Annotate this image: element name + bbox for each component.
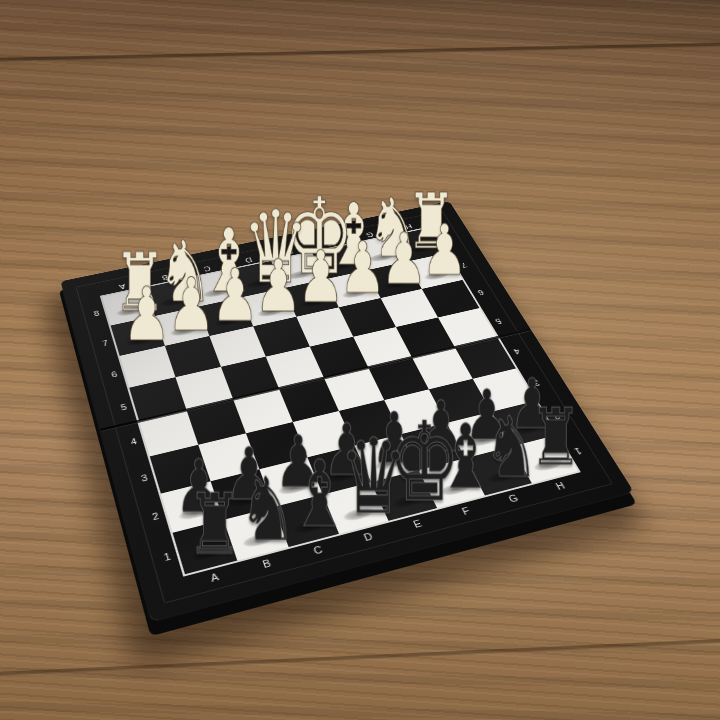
file-label-bottom-D: D [362,531,374,543]
file-label-bottom-C: C [312,544,324,556]
plank-seam [0,638,720,676]
rank-label-left-7: 7 [101,339,108,347]
file-label-bottom-G: G [507,492,520,503]
file-label-bottom-F: F [460,505,471,516]
rank-label-left-6: 6 [110,370,118,379]
square-a5[interactable] [129,377,186,421]
rank-label-left-5: 5 [120,402,128,411]
file-label-top-B: B [160,273,168,281]
rank-label-left-1: 1 [163,551,172,562]
file-label-bottom-H: H [554,480,566,491]
file-label-bottom-E: E [411,518,422,529]
piece-black-rook-a1[interactable]: ♜ [187,482,227,566]
rank-label-left-8: 8 [93,309,100,317]
photo-scene: 8765432187654321ABCDEFGHABCDEFGH ♜♞♝♛♚♝♞… [0,0,720,720]
rank-label-left-4: 4 [130,436,138,446]
rank-label-left-3: 3 [140,472,148,482]
file-label-top-A: A [118,282,126,290]
file-label-bottom-A: A [209,571,220,583]
plank-seam [0,42,720,62]
piece-black-knight-b1[interactable]: ♞ [239,465,278,553]
file-label-bottom-B: B [261,557,272,569]
rank-label-left-2: 2 [151,510,160,521]
